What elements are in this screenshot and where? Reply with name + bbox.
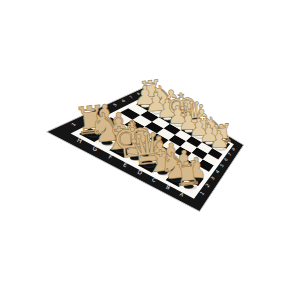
piece-glyph: ♜ [171, 154, 204, 195]
piece-black-rook-a1: ♜ [171, 154, 204, 195]
piece-glyph: ♟ [208, 126, 230, 153]
chessboard: AABBCCDDEEFFGGHH1122334455667788♜♟♞♟♝♟♚♟… [0, 0, 300, 300]
piece-white-pawn-a7: ♟ [208, 126, 230, 153]
product-photo-canvas: AABBCCDDEEFFGGHH1122334455667788♜♟♞♟♝♟♚♟… [0, 0, 300, 300]
